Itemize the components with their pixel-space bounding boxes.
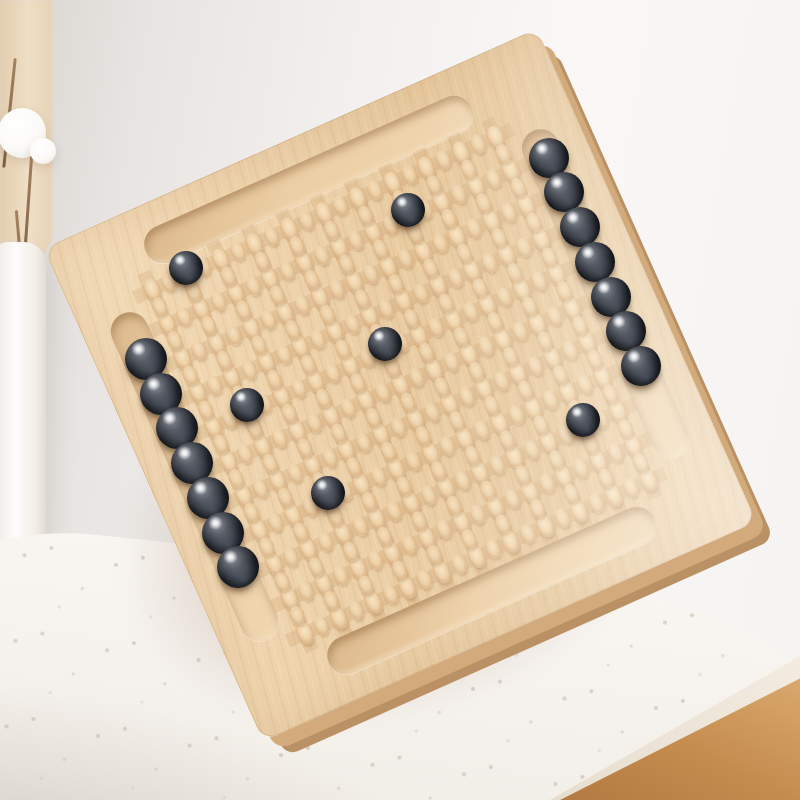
black-marble (566, 403, 600, 437)
cotton-flower (30, 138, 56, 164)
black-marble (169, 251, 203, 285)
black-marble (311, 476, 345, 510)
tray-marble-right (575, 242, 615, 282)
product-photo-scene: { "game": "Gomoku (five-in-a-row) wooden… (0, 0, 800, 800)
black-marble (368, 327, 402, 361)
black-marble (391, 193, 425, 227)
white-vase (0, 242, 46, 547)
